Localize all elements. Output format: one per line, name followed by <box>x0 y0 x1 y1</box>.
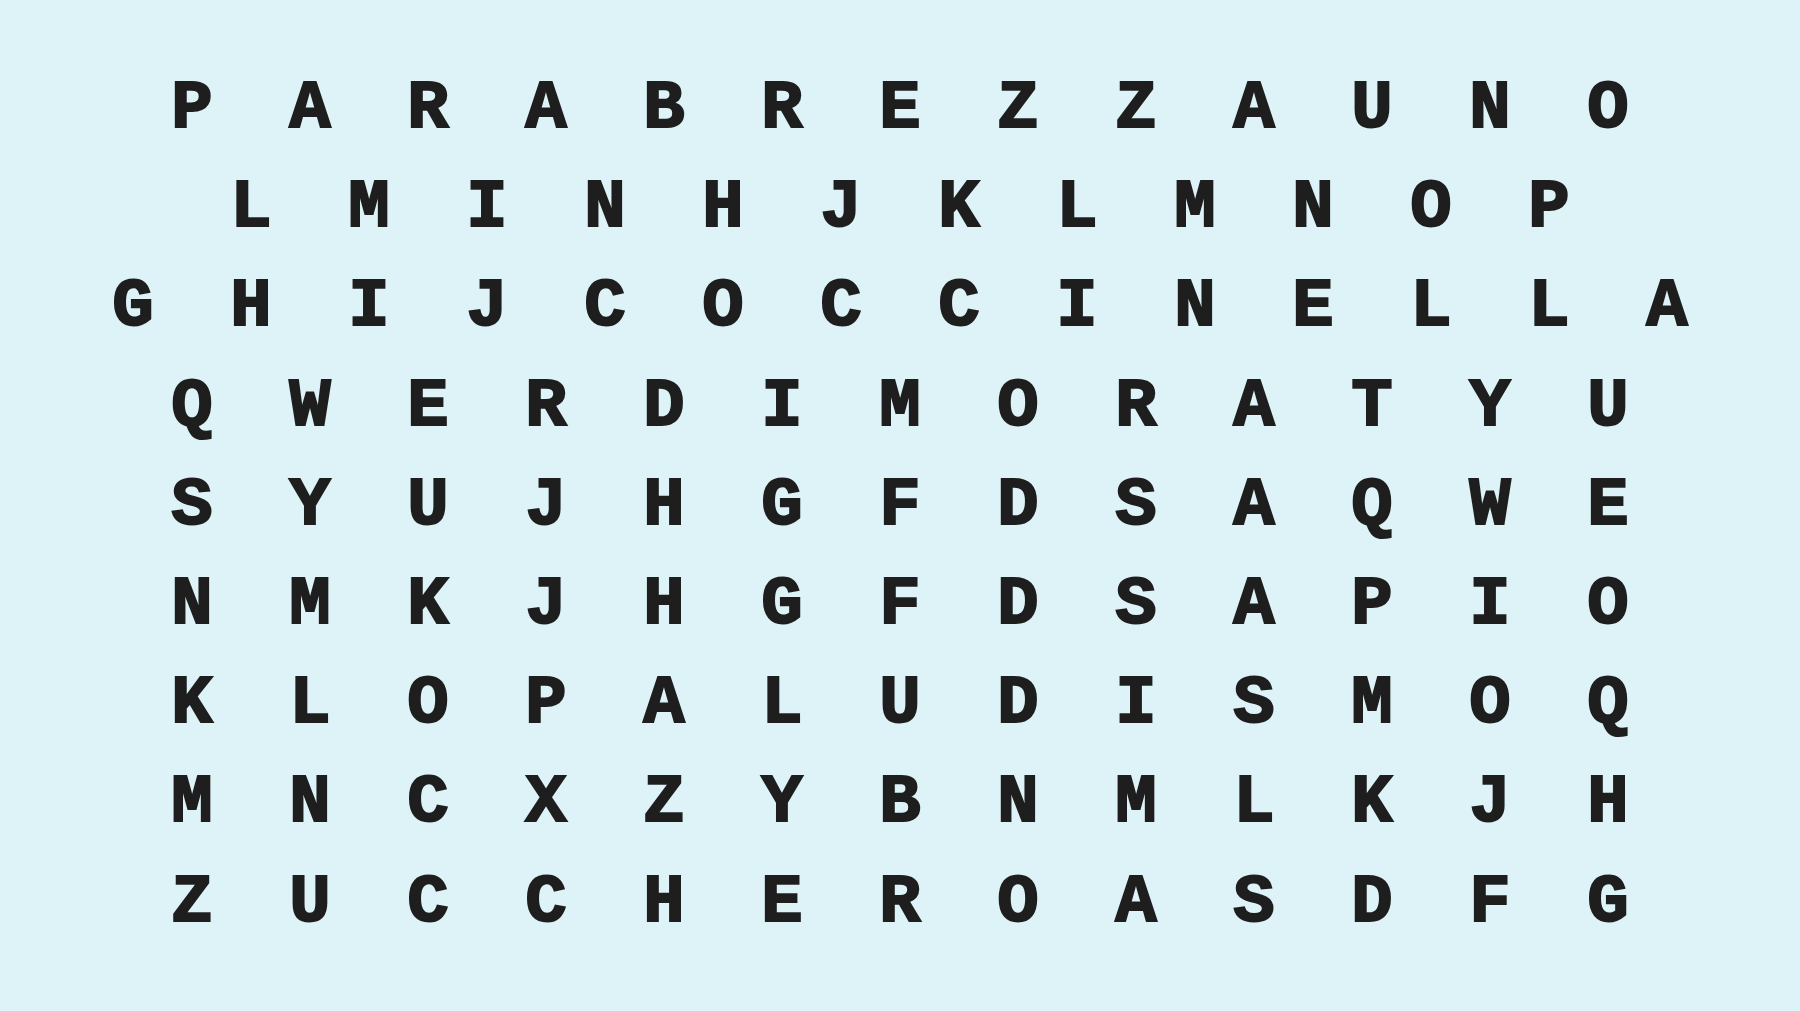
grid-cell[interactable]: B <box>841 754 959 853</box>
grid-cell[interactable]: P <box>1490 159 1608 258</box>
grid-cell[interactable]: J <box>1431 754 1549 853</box>
grid-cell[interactable]: B <box>605 60 723 159</box>
grid-cell[interactable]: J <box>487 457 605 556</box>
grid-cell[interactable]: Q <box>1313 457 1431 556</box>
grid-cell[interactable]: L <box>723 655 841 754</box>
grid-cell[interactable]: O <box>1549 556 1667 655</box>
grid-cell[interactable]: L <box>1195 754 1313 853</box>
grid-cell[interactable]: S <box>1077 457 1195 556</box>
board-row: MNCXZYBNMLKJH <box>0 754 1800 853</box>
grid-cell[interactable]: S <box>1077 556 1195 655</box>
grid-cell[interactable]: A <box>605 655 723 754</box>
grid-cell[interactable]: W <box>251 358 369 457</box>
grid-cell[interactable]: P <box>1313 556 1431 655</box>
grid-cell[interactable]: T <box>1313 358 1431 457</box>
grid-cell[interactable]: W <box>1431 457 1549 556</box>
grid-cell[interactable]: A <box>1195 556 1313 655</box>
grid-cell[interactable]: J <box>487 556 605 655</box>
grid-cell[interactable]: U <box>1313 60 1431 159</box>
grid-cell[interactable]: C <box>782 258 900 357</box>
grid-cell[interactable]: J <box>428 258 546 357</box>
grid-cell[interactable]: E <box>1254 258 1372 357</box>
grid-cell[interactable]: G <box>723 556 841 655</box>
grid-cell[interactable]: C <box>369 854 487 953</box>
grid-cell[interactable]: G <box>74 258 192 357</box>
grid-cell[interactable]: A <box>1195 60 1313 159</box>
page-background: { "game": "word-search", "board": { "row… <box>0 0 1800 1011</box>
board-row: PARABREZZAUNO <box>0 60 1800 159</box>
grid-cell[interactable]: O <box>1372 159 1490 258</box>
grid-cell[interactable]: S <box>1195 655 1313 754</box>
grid-cell[interactable]: J <box>782 159 900 258</box>
grid-cell[interactable]: G <box>723 457 841 556</box>
grid-cell[interactable]: S <box>1195 854 1313 953</box>
grid-cell[interactable]: A <box>1195 457 1313 556</box>
grid-cell[interactable]: U <box>841 655 959 754</box>
grid-cell[interactable]: O <box>959 854 1077 953</box>
board-row: LMINHJKLMNOP <box>0 159 1800 258</box>
grid-cell[interactable]: E <box>841 60 959 159</box>
grid-cell[interactable]: U <box>1549 358 1667 457</box>
word-search-board: PARABREZZAUNOLMINHJKLMNOPGHIJCOCCINELLAQ… <box>0 60 1800 953</box>
grid-cell[interactable]: R <box>723 60 841 159</box>
grid-cell[interactable]: R <box>841 854 959 953</box>
grid-cell[interactable]: M <box>310 159 428 258</box>
grid-cell[interactable]: I <box>1018 258 1136 357</box>
grid-cell[interactable]: A <box>1077 854 1195 953</box>
board-row: QWERDIMORATYU <box>0 358 1800 457</box>
grid-cell[interactable]: Q <box>1549 655 1667 754</box>
grid-cell[interactable]: H <box>605 457 723 556</box>
grid-cell[interactable]: I <box>1077 655 1195 754</box>
grid-cell[interactable]: K <box>900 159 1018 258</box>
grid-cell[interactable]: R <box>1077 358 1195 457</box>
grid-cell[interactable]: Y <box>723 754 841 853</box>
grid-cell[interactable]: S <box>133 457 251 556</box>
grid-cell[interactable]: X <box>487 754 605 853</box>
grid-cell[interactable]: Y <box>251 457 369 556</box>
grid-cell[interactable]: Z <box>959 60 1077 159</box>
grid-cell[interactable]: A <box>1608 258 1726 357</box>
grid-cell[interactable]: M <box>1136 159 1254 258</box>
grid-cell[interactable]: K <box>369 556 487 655</box>
grid-cell[interactable]: M <box>251 556 369 655</box>
grid-cell[interactable]: E <box>1549 457 1667 556</box>
grid-cell[interactable]: D <box>1313 854 1431 953</box>
grid-cell[interactable]: L <box>1018 159 1136 258</box>
grid-cell[interactable]: O <box>1431 655 1549 754</box>
grid-cell[interactable]: O <box>1549 60 1667 159</box>
grid-cell[interactable]: P <box>133 60 251 159</box>
grid-cell[interactable]: C <box>900 258 1018 357</box>
grid-cell[interactable]: N <box>133 556 251 655</box>
grid-cell[interactable]: H <box>192 258 310 357</box>
board-row: ZUCCHEROASDFG <box>0 854 1800 953</box>
grid-cell[interactable]: A <box>1195 358 1313 457</box>
grid-cell[interactable]: H <box>605 556 723 655</box>
grid-cell[interactable]: D <box>959 655 1077 754</box>
grid-cell[interactable]: N <box>1136 258 1254 357</box>
grid-cell[interactable]: Y <box>1431 358 1549 457</box>
grid-cell[interactable]: C <box>546 258 664 357</box>
board-row: KLOPALUDISMOQ <box>0 655 1800 754</box>
grid-cell[interactable]: C <box>369 754 487 853</box>
grid-cell[interactable]: N <box>959 754 1077 853</box>
grid-cell[interactable]: Z <box>1077 60 1195 159</box>
grid-cell[interactable]: I <box>310 258 428 357</box>
grid-cell[interactable]: D <box>959 556 1077 655</box>
grid-cell[interactable]: O <box>959 358 1077 457</box>
grid-cell[interactable]: H <box>605 854 723 953</box>
grid-cell[interactable]: F <box>841 457 959 556</box>
grid-cell[interactable]: M <box>1077 754 1195 853</box>
grid-cell[interactable]: L <box>192 159 310 258</box>
grid-cell[interactable]: N <box>251 754 369 853</box>
grid-cell[interactable]: L <box>1490 258 1608 357</box>
grid-cell[interactable]: R <box>487 358 605 457</box>
grid-cell[interactable]: L <box>251 655 369 754</box>
grid-cell[interactable]: H <box>1549 754 1667 853</box>
grid-cell[interactable]: E <box>723 854 841 953</box>
grid-cell[interactable]: F <box>841 556 959 655</box>
grid-cell[interactable]: G <box>1549 854 1667 953</box>
grid-cell[interactable]: A <box>487 60 605 159</box>
grid-cell[interactable]: K <box>1313 754 1431 853</box>
grid-cell[interactable]: Z <box>605 754 723 853</box>
grid-cell[interactable]: C <box>487 854 605 953</box>
grid-cell[interactable]: U <box>369 457 487 556</box>
grid-cell[interactable]: M <box>133 754 251 853</box>
grid-cell[interactable]: K <box>133 655 251 754</box>
grid-cell[interactable]: U <box>251 854 369 953</box>
grid-cell[interactable]: O <box>664 258 782 357</box>
grid-cell[interactable]: H <box>664 159 782 258</box>
grid-cell[interactable]: F <box>1431 854 1549 953</box>
grid-cell[interactable]: N <box>1431 60 1549 159</box>
grid-cell[interactable]: O <box>369 655 487 754</box>
grid-cell[interactable]: R <box>369 60 487 159</box>
grid-cell[interactable]: Q <box>133 358 251 457</box>
board-row: NMKJHGFDSAPIO <box>0 556 1800 655</box>
grid-cell[interactable]: L <box>1372 258 1490 357</box>
grid-cell[interactable]: I <box>1431 556 1549 655</box>
grid-cell[interactable]: Z <box>133 854 251 953</box>
grid-cell[interactable]: P <box>487 655 605 754</box>
grid-cell[interactable]: I <box>428 159 546 258</box>
grid-cell[interactable]: D <box>605 358 723 457</box>
board-row: GHIJCOCCINELLA <box>0 258 1800 357</box>
grid-cell[interactable]: M <box>1313 655 1431 754</box>
grid-cell[interactable]: I <box>723 358 841 457</box>
board-row: SYUJHGFDSAQWE <box>0 457 1800 556</box>
grid-cell[interactable]: N <box>1254 159 1372 258</box>
grid-cell[interactable]: N <box>546 159 664 258</box>
grid-cell[interactable]: E <box>369 358 487 457</box>
grid-cell[interactable]: M <box>841 358 959 457</box>
grid-cell[interactable]: D <box>959 457 1077 556</box>
grid-cell[interactable]: A <box>251 60 369 159</box>
